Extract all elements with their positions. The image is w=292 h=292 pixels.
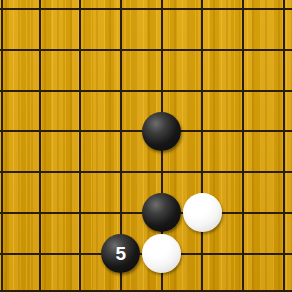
stone-black-move-5: 5	[101, 234, 140, 273]
move-number-label: 5	[116, 244, 127, 263]
stone-black	[142, 112, 181, 151]
stone-black	[142, 193, 181, 232]
stone-white	[142, 234, 181, 273]
stones-layer: 5	[0, 0, 292, 292]
stone-white	[183, 193, 222, 232]
go-board[interactable]: 5	[0, 0, 292, 292]
